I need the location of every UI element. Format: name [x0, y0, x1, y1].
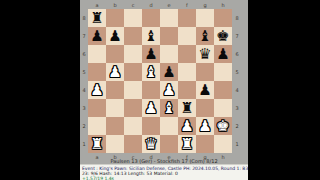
white-b-piece: ♝	[144, 63, 157, 81]
white-r-piece: ♜	[90, 135, 103, 153]
square-h8	[214, 9, 232, 27]
square-b7: ♟	[106, 27, 124, 45]
coord-label: 6	[234, 45, 240, 63]
square-a7: ♟	[88, 27, 106, 45]
black-k-piece: ♚	[216, 27, 229, 45]
coord-label: f	[178, 2, 196, 8]
coord-label: a	[88, 2, 106, 8]
square-d5: ♝	[142, 63, 160, 81]
black-b-piece: ♝	[198, 27, 211, 45]
square-c5	[124, 63, 142, 81]
square-d1: ♛	[142, 135, 160, 153]
square-c2	[124, 117, 142, 135]
file-labels-top: abcdefgh	[88, 2, 232, 8]
square-e6	[160, 45, 178, 63]
square-a1: ♜	[88, 135, 106, 153]
square-g2: ♟	[196, 117, 214, 135]
white-r-piece: ♜	[180, 135, 193, 153]
square-f6	[178, 45, 196, 63]
square-b8	[106, 9, 124, 27]
white-k-piece: ♚	[216, 117, 229, 135]
coord-label: h	[214, 2, 232, 8]
square-c1	[124, 135, 142, 153]
coord-label: g	[196, 2, 214, 8]
square-c7	[124, 27, 142, 45]
square-a4: ♟	[88, 81, 106, 99]
coord-label: d	[142, 2, 160, 8]
square-d2	[142, 117, 160, 135]
square-f3: ♜	[178, 99, 196, 117]
square-e3: ♝	[160, 99, 178, 117]
game-info-panel: Event : King's Pawn: Sicilian Defense, C…	[80, 164, 248, 180]
square-f4	[178, 81, 196, 99]
black-r-piece: ♜	[180, 99, 193, 117]
white-b-piece: ♝	[162, 99, 175, 117]
coord-label: 2	[234, 117, 240, 135]
black-p-piece: ♟	[162, 63, 175, 81]
square-g4: ♟	[196, 81, 214, 99]
black-p-piece: ♟	[144, 45, 157, 63]
square-b3	[106, 99, 124, 117]
coord-label: 2	[81, 117, 87, 135]
square-h2: ♚	[214, 117, 232, 135]
square-b5: ♟	[106, 63, 124, 81]
square-c3	[124, 99, 142, 117]
square-e8	[160, 9, 178, 27]
square-e5: ♟	[160, 63, 178, 81]
black-q-piece: ♛	[198, 45, 211, 63]
engine-eval-line: +1.57/19 1.4s	[80, 176, 248, 180]
coord-label: 6	[81, 45, 87, 63]
chess-board: ♜♟♟♝♝♚♟♛♟♟♝♟♟♟♟♟♝♜♟♟♚♜♛♜	[88, 9, 232, 153]
coord-label: 8	[234, 9, 240, 27]
coord-label: 7	[81, 27, 87, 45]
square-g6: ♛	[196, 45, 214, 63]
black-p-piece: ♟	[90, 27, 103, 45]
square-g3	[196, 99, 214, 117]
coord-label: 5	[81, 63, 87, 81]
square-d3: ♟	[142, 99, 160, 117]
chess-app-canvas: abcdefgh 87654321 87654321 ♜♟♟♝♝♚♟♛♟♟♝♟♟…	[80, 0, 248, 180]
rank-labels-right: 87654321	[234, 9, 240, 153]
square-f1: ♜	[178, 135, 196, 153]
square-f5	[178, 63, 196, 81]
coord-label: 1	[234, 135, 240, 153]
coord-label: 3	[81, 99, 87, 117]
white-p-piece: ♟	[108, 63, 121, 81]
square-f7	[178, 27, 196, 45]
square-d7: ♝	[142, 27, 160, 45]
square-a2	[88, 117, 106, 135]
coord-label: e	[160, 2, 178, 8]
coord-label: 4	[81, 81, 87, 99]
square-a3	[88, 99, 106, 117]
coord-label: 8	[81, 9, 87, 27]
square-e7	[160, 27, 178, 45]
black-b-piece: ♝	[144, 27, 157, 45]
white-p-piece: ♟	[180, 117, 193, 135]
white-p-piece: ♟	[144, 99, 157, 117]
white-p-piece: ♟	[198, 117, 211, 135]
square-h6: ♟	[214, 45, 232, 63]
square-c8	[124, 9, 142, 27]
square-g8	[196, 9, 214, 27]
black-r-piece: ♜	[90, 9, 103, 27]
square-h7: ♚	[214, 27, 232, 45]
rank-labels-left: 87654321	[81, 9, 87, 153]
square-h3	[214, 99, 232, 117]
square-h4	[214, 81, 232, 99]
black-p-piece: ♟	[216, 45, 229, 63]
square-g7: ♝	[196, 27, 214, 45]
white-q-piece: ♛	[144, 135, 157, 153]
square-g5	[196, 63, 214, 81]
square-b6	[106, 45, 124, 63]
square-h5	[214, 63, 232, 81]
square-c6	[124, 45, 142, 63]
coord-label: 4	[234, 81, 240, 99]
coord-label: 3	[234, 99, 240, 117]
video-frame: abcdefgh 87654321 87654321 ♜♟♟♝♝♚♟♛♟♟♝♟♟…	[0, 0, 320, 180]
square-f2: ♟	[178, 117, 196, 135]
coord-label: 1	[81, 135, 87, 153]
square-a5	[88, 63, 106, 81]
square-b4	[106, 81, 124, 99]
square-c4	[124, 81, 142, 99]
square-e4: ♟	[160, 81, 178, 99]
square-e1	[160, 135, 178, 153]
square-a6	[88, 45, 106, 63]
coord-label: b	[106, 2, 124, 8]
square-f8	[178, 9, 196, 27]
white-p-piece: ♟	[90, 81, 103, 99]
coord-label: 7	[234, 27, 240, 45]
square-d8	[142, 9, 160, 27]
square-a8: ♜	[88, 9, 106, 27]
black-p-piece: ♟	[198, 81, 211, 99]
coord-label: 5	[234, 63, 240, 81]
black-p-piece: ♟	[108, 27, 121, 45]
square-d4	[142, 81, 160, 99]
square-b2	[106, 117, 124, 135]
white-p-piece: ♟	[162, 81, 175, 99]
coord-label: c	[124, 2, 142, 8]
square-b1	[106, 135, 124, 153]
square-e2	[160, 117, 178, 135]
square-g1	[196, 135, 214, 153]
square-d6: ♟	[142, 45, 160, 63]
square-h1	[214, 135, 232, 153]
